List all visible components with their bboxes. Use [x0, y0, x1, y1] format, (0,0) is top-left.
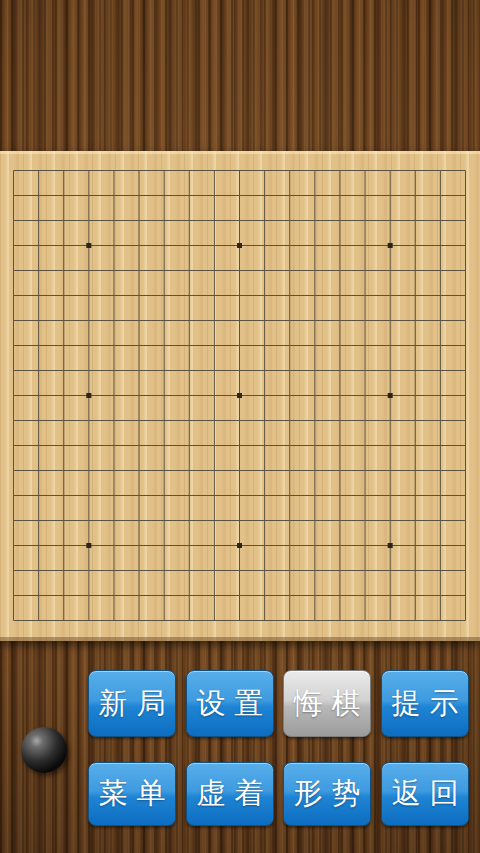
black-stone-turn-indicator: [21, 727, 67, 773]
territory-button[interactable]: 形势: [283, 762, 371, 826]
settings-button[interactable]: 设置: [186, 670, 274, 737]
new-game-button[interactable]: 新局: [88, 670, 176, 737]
board-grid: [13, 170, 466, 621]
go-board[interactable]: [0, 151, 480, 641]
undo-button[interactable]: 悔棋: [283, 670, 371, 737]
pass-button[interactable]: 虚着: [186, 762, 274, 826]
controls-row-1: 新局 设置 悔棋 提示: [88, 670, 469, 737]
menu-button[interactable]: 菜单: [88, 762, 176, 826]
controls-row-2: 菜单 虚着 形势 返回: [88, 762, 469, 826]
hint-button[interactable]: 提示: [381, 670, 469, 737]
back-button[interactable]: 返回: [381, 762, 469, 826]
wood-background: 新局 设置 悔棋 提示 菜单 虚着 形势 返回: [0, 0, 480, 853]
